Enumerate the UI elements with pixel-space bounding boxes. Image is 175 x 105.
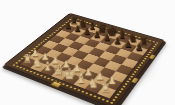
- piece-white-pawn: ♟: [41, 53, 49, 62]
- piece-black-rook: ♜: [139, 37, 148, 47]
- chess-board-frame: ♜♞♝♛♚♝♞♜♟♟♟♟♟♟♟♟♟♟♟♟♟♟♟♟♜♞♝♛♚♝♞♜: [3, 13, 165, 105]
- piece-white-bishop: ♝: [75, 73, 87, 86]
- piece-black-knight: ♞: [128, 33, 138, 44]
- piece-black-knight: ♞: [79, 19, 88, 29]
- piece-black-bishop: ♝: [117, 30, 127, 41]
- piece-black-bishop: ♝: [88, 21, 97, 32]
- piece-black-rook: ♜: [70, 17, 78, 26]
- chess-set-product-photo: ♜♞♝♛♚♝♞♜♟♟♟♟♟♟♟♟♟♟♟♟♟♟♟♟♜♞♝♛♚♝♞♜: [0, 0, 175, 105]
- square-h8: ♜: [137, 41, 152, 50]
